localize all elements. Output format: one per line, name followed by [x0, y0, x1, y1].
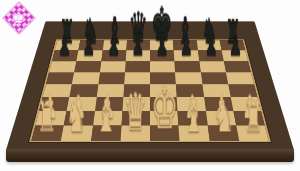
piece-black-pawn-c7[interactable]: ♟ [107, 32, 120, 59]
piece-white-knight-g1[interactable]: ♞ [213, 95, 233, 138]
square-g6[interactable] [199, 61, 226, 72]
square-a6[interactable] [49, 61, 76, 72]
chess-board: ♜♞♝♛♚♝♞♜♟♟♟♟♟♟♟♟♟♟♟♟♟♟♟♟♜♞♝♛♚♝♞♜ [0, 0, 300, 171]
piece-white-knight-b1[interactable]: ♞ [66, 95, 86, 138]
square-d7[interactable]: ♟ [125, 50, 150, 61]
square-c1[interactable]: ♝ [91, 125, 122, 141]
screenshot-root: ♚ ♜♞♝♛♚♝♞♜♟♟♟♟♟♟♟♟♟♟♟♟♟♟♟♟♜♞♝♛♚♝♞♜ [0, 0, 300, 171]
piece-black-pawn-g7[interactable]: ♟ [204, 32, 217, 59]
square-h1[interactable]: ♜ [236, 125, 269, 141]
piece-black-pawn-e7[interactable]: ♟ [156, 32, 169, 59]
square-c7[interactable]: ♟ [101, 50, 126, 61]
board-front-edge [6, 149, 294, 162]
square-d6[interactable] [125, 61, 150, 72]
piece-white-king-e1[interactable]: ♚ [151, 80, 179, 138]
square-a1[interactable]: ♜ [31, 125, 64, 141]
piece-white-queen-d1[interactable]: ♛ [123, 87, 147, 138]
square-f6[interactable] [175, 61, 201, 72]
piece-white-bishop-c1[interactable]: ♝ [95, 93, 116, 138]
square-f7[interactable]: ♟ [174, 50, 199, 61]
piece-black-pawn-d7[interactable]: ♟ [131, 32, 144, 59]
square-b6[interactable] [74, 61, 101, 72]
piece-black-pawn-b7[interactable]: ♟ [83, 32, 96, 59]
piece-white-bishop-f1[interactable]: ♝ [184, 93, 205, 138]
square-a5[interactable] [46, 72, 74, 84]
square-f1[interactable]: ♝ [179, 125, 210, 141]
square-e1[interactable]: ♚ [150, 125, 180, 141]
square-b7[interactable]: ♟ [76, 50, 102, 61]
square-f5[interactable] [175, 72, 202, 84]
square-e7[interactable]: ♟ [150, 50, 175, 61]
piece-black-pawn-f7[interactable]: ♟ [180, 32, 193, 59]
piece-white-rook-h1[interactable]: ♜ [243, 97, 263, 138]
square-e6[interactable] [150, 61, 175, 72]
square-h6[interactable] [224, 61, 251, 72]
piece-black-pawn-a7[interactable]: ♟ [58, 32, 71, 59]
square-g5[interactable] [200, 72, 228, 84]
square-g7[interactable]: ♟ [198, 50, 224, 61]
square-c5[interactable] [98, 72, 125, 84]
square-a7[interactable]: ♟ [52, 50, 79, 61]
piece-black-pawn-h7[interactable]: ♟ [229, 32, 242, 59]
square-b1[interactable]: ♞ [61, 125, 93, 141]
square-h5[interactable] [226, 72, 254, 84]
chess-board-grid: ♜♞♝♛♚♝♞♜♟♟♟♟♟♟♟♟♟♟♟♟♟♟♟♟♜♞♝♛♚♝♞♜ [29, 39, 271, 142]
square-h7[interactable]: ♟ [221, 50, 248, 61]
square-b5[interactable] [72, 72, 100, 84]
board-frame: ♜♞♝♛♚♝♞♜♟♟♟♟♟♟♟♟♟♟♟♟♟♟♟♟♜♞♝♛♚♝♞♜ [6, 21, 294, 150]
piece-white-rook-a1[interactable]: ♜ [37, 97, 57, 138]
square-d1[interactable]: ♛ [120, 125, 150, 141]
square-g1[interactable]: ♞ [207, 125, 239, 141]
square-c6[interactable] [100, 61, 126, 72]
